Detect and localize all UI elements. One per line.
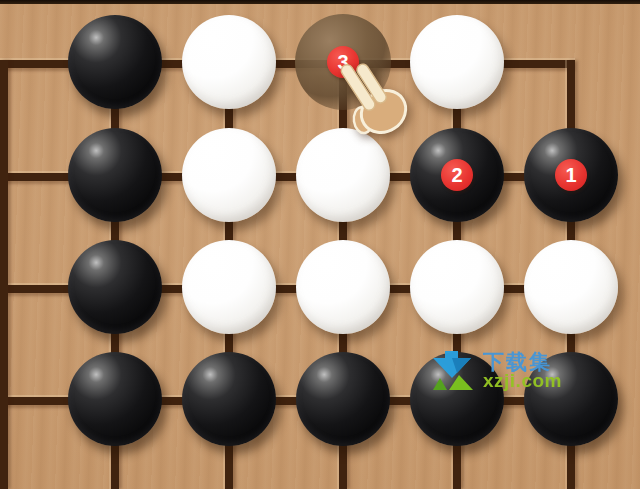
white-stone xyxy=(182,240,276,334)
watermark: 下载集 xzji.com xyxy=(428,351,562,391)
tap-hand-cursor-icon xyxy=(334,56,412,150)
black-stone xyxy=(182,352,276,446)
white-stone xyxy=(182,15,276,109)
white-stone xyxy=(182,128,276,222)
watermark-logo-icon xyxy=(428,351,476,391)
black-stone xyxy=(68,128,162,222)
white-stone xyxy=(410,15,504,109)
black-stone xyxy=(68,240,162,334)
move-number-marker: 1 xyxy=(555,159,587,191)
board-top-frame xyxy=(0,0,640,4)
watermark-site-url: xzji.com xyxy=(483,372,562,390)
watermark-site-name: 下载集 xyxy=(483,351,562,372)
white-stone xyxy=(410,240,504,334)
grid-line-vertical xyxy=(0,60,8,489)
move-number-marker: 2 xyxy=(441,159,473,191)
go-board[interactable]: 123 下载集 xzji.com xyxy=(0,0,640,489)
white-stone xyxy=(296,240,390,334)
white-stone xyxy=(524,240,618,334)
black-stone xyxy=(296,352,390,446)
black-stone xyxy=(68,15,162,109)
black-stone xyxy=(68,352,162,446)
